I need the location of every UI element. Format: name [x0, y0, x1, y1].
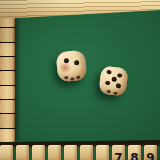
left-rack-tile[interactable]	[0, 114, 15, 127]
die-side-pip	[64, 76, 68, 79]
die-pip	[117, 73, 123, 78]
die-pip	[111, 77, 117, 82]
left-tile-rack	[0, 14, 15, 142]
die-showing-2[interactable]	[56, 50, 88, 83]
die-pip	[106, 70, 112, 75]
left-rack-tile[interactable]	[0, 71, 15, 84]
die-side-pip	[76, 75, 80, 78]
number-tile[interactable]	[16, 145, 29, 160]
bottom-tile-rack: 7 8 9	[0, 145, 160, 160]
number-tile-7[interactable]: 7	[112, 145, 125, 160]
number-tile[interactable]	[32, 145, 45, 160]
left-rack-tile[interactable]	[0, 28, 15, 41]
number-tile[interactable]	[48, 145, 61, 160]
left-rack-tile[interactable]	[0, 43, 15, 56]
tile-number: 9	[146, 152, 154, 160]
die-pip	[116, 84, 122, 89]
felt-surface	[0, 0, 160, 160]
die-pip	[74, 60, 79, 65]
die-side-pip	[70, 77, 74, 80]
number-tile-8[interactable]: 8	[128, 145, 141, 160]
number-tile-9[interactable]: 9	[144, 145, 157, 160]
left-rack-tile[interactable]	[0, 57, 15, 70]
left-rack-tile[interactable]	[0, 129, 15, 142]
number-tile[interactable]	[0, 145, 13, 160]
die-side-pip	[107, 90, 111, 93]
tile-number: 8	[130, 152, 138, 160]
die-pip	[63, 58, 68, 63]
die-showing-5[interactable]	[98, 65, 128, 96]
die-pip	[104, 81, 110, 86]
left-rack-tile[interactable]	[0, 86, 15, 99]
number-tile[interactable]	[96, 145, 109, 160]
left-rack-tile[interactable]	[0, 100, 15, 113]
number-tile[interactable]	[80, 145, 93, 160]
shut-the-box-tray: 7 8 9	[0, 0, 160, 160]
die-side-pip	[113, 92, 117, 95]
tile-number: 7	[114, 152, 122, 160]
number-tile[interactable]	[64, 145, 77, 160]
